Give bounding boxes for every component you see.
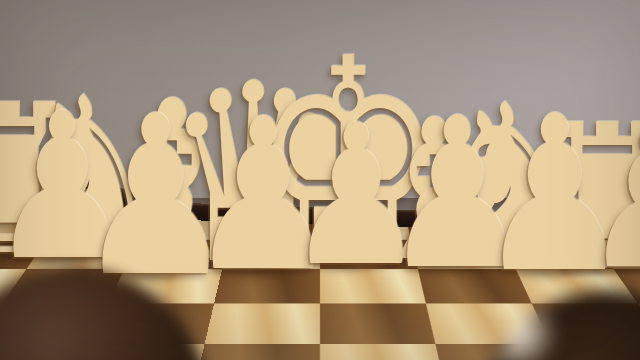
board-square [193, 344, 320, 360]
board-square [320, 344, 447, 360]
chess-photo-frame: ♜♞♝♛♚♝♞♜♟♟♟♟♟♟♟ [0, 0, 640, 360]
white-pawn-7: ♟ [575, 104, 640, 296]
